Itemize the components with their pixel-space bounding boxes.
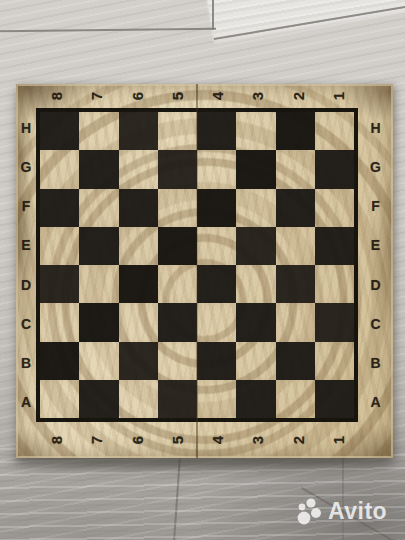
- labels-left: HGFEDCBA: [16, 108, 36, 422]
- rank-number-label: 4: [199, 420, 235, 460]
- square-a1: [315, 380, 354, 418]
- rank-number-label: 5: [165, 76, 189, 116]
- rank-number-label: 1: [326, 76, 350, 116]
- square-c5: [158, 303, 197, 341]
- labels-right: HGFEDCBA: [358, 108, 393, 422]
- rank-number-label: 3: [245, 76, 269, 116]
- floor-seam: [212, 0, 214, 30]
- square-e6: [119, 227, 158, 265]
- rank-number-label: 4: [205, 76, 229, 116]
- file-letter-label: G: [16, 147, 36, 186]
- square-b6: [119, 342, 158, 380]
- file-letter-label: H: [358, 108, 393, 147]
- square-h6: [119, 112, 158, 150]
- file-letter-label: F: [358, 187, 393, 226]
- square-c3: [236, 303, 275, 341]
- square-d2: [276, 265, 315, 303]
- square-d8: [40, 265, 79, 303]
- rank-number-label: 1: [320, 420, 356, 460]
- rank-number-label: 6: [125, 76, 149, 116]
- square-e7: [79, 227, 118, 265]
- square-g7: [79, 150, 118, 188]
- square-f7: [79, 189, 118, 227]
- square-b3: [236, 342, 275, 380]
- square-g8: [40, 150, 79, 188]
- rank-number-label: 8: [44, 76, 68, 116]
- rank-number-label: 7: [78, 420, 114, 460]
- square-c2: [276, 303, 315, 341]
- square-g1: [315, 150, 354, 188]
- square-d6: [119, 265, 158, 303]
- chessboard: HGFEDCBA HGFEDCBA 87654321 87654321: [16, 84, 393, 458]
- square-a7: [79, 380, 118, 418]
- square-e3: [236, 227, 275, 265]
- file-letter-label: H: [16, 108, 36, 147]
- square-h3: [236, 112, 275, 150]
- rank-number-label: 2: [286, 76, 310, 116]
- file-letter-label: A: [358, 383, 393, 422]
- square-a8: [40, 380, 79, 418]
- rank-number-label: 5: [159, 420, 195, 460]
- board-fold-seam: [196, 84, 198, 458]
- watermark-text: Avito: [328, 498, 387, 525]
- square-b4: [197, 342, 236, 380]
- square-e8: [40, 227, 79, 265]
- file-letter-label: D: [16, 265, 36, 304]
- square-f4: [197, 189, 236, 227]
- file-letter-label: B: [358, 344, 393, 383]
- square-f2: [276, 189, 315, 227]
- square-g4: [197, 150, 236, 188]
- file-letter-label: C: [358, 304, 393, 343]
- square-b8: [40, 342, 79, 380]
- square-c6: [119, 303, 158, 341]
- avito-watermark: Avito: [295, 496, 387, 526]
- square-b2: [276, 342, 315, 380]
- rank-number-label: 6: [119, 420, 155, 460]
- rank-number-label: 3: [239, 420, 275, 460]
- rank-number-label: 2: [280, 420, 316, 460]
- square-a3: [236, 380, 275, 418]
- square-c4: [197, 303, 236, 341]
- square-d1: [315, 265, 354, 303]
- square-e1: [315, 227, 354, 265]
- square-h1: [315, 112, 354, 150]
- square-h7: [79, 112, 118, 150]
- square-f8: [40, 189, 79, 227]
- rank-number-label: 8: [38, 420, 74, 460]
- square-d5: [158, 265, 197, 303]
- square-g5: [158, 150, 197, 188]
- square-g6: [119, 150, 158, 188]
- file-letter-label: G: [358, 147, 393, 186]
- avito-logo-icon: [295, 496, 325, 526]
- square-b7: [79, 342, 118, 380]
- file-letter-label: E: [16, 226, 36, 265]
- labels-top: 87654321: [36, 84, 358, 108]
- square-g2: [276, 150, 315, 188]
- rank-number-label: 7: [84, 76, 108, 116]
- square-h2: [276, 112, 315, 150]
- square-g3: [236, 150, 275, 188]
- file-letter-label: A: [16, 383, 36, 422]
- square-h8: [40, 112, 79, 150]
- square-f3: [236, 189, 275, 227]
- square-h5: [158, 112, 197, 150]
- square-d3: [236, 265, 275, 303]
- square-d4: [197, 265, 236, 303]
- square-d7: [79, 265, 118, 303]
- file-letter-label: E: [358, 226, 393, 265]
- labels-bottom: 87654321: [36, 422, 358, 458]
- file-letter-label: D: [358, 265, 393, 304]
- square-b5: [158, 342, 197, 380]
- file-letter-label: B: [16, 344, 36, 383]
- square-a4: [197, 380, 236, 418]
- square-e5: [158, 227, 197, 265]
- square-e4: [197, 227, 236, 265]
- square-f6: [119, 189, 158, 227]
- square-e2: [276, 227, 315, 265]
- file-letter-label: C: [16, 304, 36, 343]
- square-c7: [79, 303, 118, 341]
- square-a5: [158, 380, 197, 418]
- photo: HGFEDCBA HGFEDCBA 87654321 87654321 Avit…: [0, 0, 405, 540]
- square-a2: [276, 380, 315, 418]
- square-f5: [158, 189, 197, 227]
- square-f1: [315, 189, 354, 227]
- square-b1: [315, 342, 354, 380]
- file-letter-label: F: [16, 187, 36, 226]
- square-c1: [315, 303, 354, 341]
- square-c8: [40, 303, 79, 341]
- square-h4: [197, 112, 236, 150]
- square-a6: [119, 380, 158, 418]
